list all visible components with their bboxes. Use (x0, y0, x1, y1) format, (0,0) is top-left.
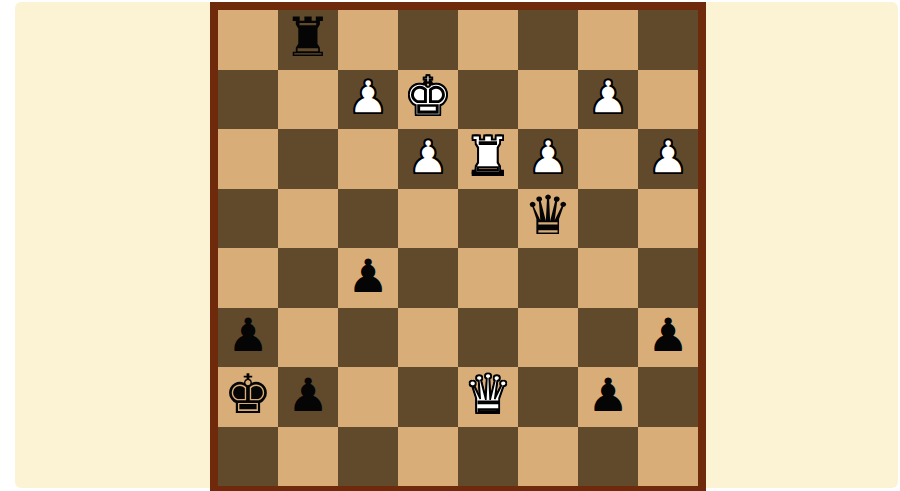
square-g5[interactable] (578, 189, 638, 249)
piece-black-pawn[interactable]: ♟ (227, 312, 268, 358)
square-g3[interactable] (578, 308, 638, 368)
piece-white-king[interactable]: ♚ (404, 70, 452, 124)
square-e8[interactable] (458, 10, 518, 70)
square-e4[interactable] (458, 248, 518, 308)
square-e1[interactable] (458, 427, 518, 487)
piece-black-pawn[interactable]: ♟ (347, 253, 388, 299)
square-f8[interactable] (518, 10, 578, 70)
square-c4[interactable]: ♟ (338, 248, 398, 308)
square-b3[interactable] (278, 308, 338, 368)
square-h7[interactable] (638, 70, 698, 130)
square-b6[interactable] (278, 129, 338, 189)
piece-black-queen[interactable]: ♛ (524, 189, 572, 243)
chess-board: ♜♟♚♟♟♜♟♟♛♟♟♟♚♟♛♟ (218, 10, 698, 486)
piece-black-pawn[interactable]: ♟ (587, 372, 628, 418)
square-g7[interactable]: ♟ (578, 70, 638, 130)
square-c3[interactable] (338, 308, 398, 368)
square-c6[interactable] (338, 129, 398, 189)
square-d8[interactable] (398, 10, 458, 70)
square-d4[interactable] (398, 248, 458, 308)
piece-white-rook[interactable]: ♜ (464, 130, 512, 184)
square-c8[interactable] (338, 10, 398, 70)
square-f1[interactable] (518, 427, 578, 487)
square-h1[interactable] (638, 427, 698, 487)
square-g2[interactable]: ♟ (578, 367, 638, 427)
square-d2[interactable] (398, 367, 458, 427)
piece-white-pawn[interactable]: ♟ (407, 134, 448, 180)
square-a5[interactable] (218, 189, 278, 249)
square-h5[interactable] (638, 189, 698, 249)
square-e5[interactable] (458, 189, 518, 249)
square-a7[interactable] (218, 70, 278, 130)
square-h6[interactable]: ♟ (638, 129, 698, 189)
square-g6[interactable] (578, 129, 638, 189)
square-a4[interactable] (218, 248, 278, 308)
square-e3[interactable] (458, 308, 518, 368)
square-a2[interactable]: ♚ (218, 367, 278, 427)
chess-board-frame: ♜♟♚♟♟♜♟♟♛♟♟♟♚♟♛♟ (210, 2, 706, 491)
square-c5[interactable] (338, 189, 398, 249)
piece-black-pawn[interactable]: ♟ (647, 312, 688, 358)
square-h4[interactable] (638, 248, 698, 308)
square-a8[interactable] (218, 10, 278, 70)
piece-black-king[interactable]: ♚ (224, 368, 272, 422)
square-a6[interactable] (218, 129, 278, 189)
square-e7[interactable] (458, 70, 518, 130)
square-f7[interactable] (518, 70, 578, 130)
square-f2[interactable] (518, 367, 578, 427)
square-h3[interactable]: ♟ (638, 308, 698, 368)
square-e2[interactable]: ♛ (458, 367, 518, 427)
square-h2[interactable] (638, 367, 698, 427)
square-d6[interactable]: ♟ (398, 129, 458, 189)
square-c2[interactable] (338, 367, 398, 427)
square-f5[interactable]: ♛ (518, 189, 578, 249)
square-b5[interactable] (278, 189, 338, 249)
piece-white-pawn[interactable]: ♟ (647, 134, 688, 180)
square-a1[interactable] (218, 427, 278, 487)
square-g1[interactable] (578, 427, 638, 487)
piece-white-pawn[interactable]: ♟ (527, 134, 568, 180)
square-b2[interactable]: ♟ (278, 367, 338, 427)
piece-black-pawn[interactable]: ♟ (287, 372, 328, 418)
square-c1[interactable] (338, 427, 398, 487)
square-d1[interactable] (398, 427, 458, 487)
square-g8[interactable] (578, 10, 638, 70)
square-e6[interactable]: ♜ (458, 129, 518, 189)
piece-white-pawn[interactable]: ♟ (347, 74, 388, 120)
piece-white-queen[interactable]: ♛ (464, 368, 512, 422)
square-d5[interactable] (398, 189, 458, 249)
square-b7[interactable] (278, 70, 338, 130)
square-f6[interactable]: ♟ (518, 129, 578, 189)
square-d7[interactable]: ♚ (398, 70, 458, 130)
square-d3[interactable] (398, 308, 458, 368)
piece-black-rook[interactable]: ♜ (284, 11, 332, 65)
square-f4[interactable] (518, 248, 578, 308)
square-f3[interactable] (518, 308, 578, 368)
square-g4[interactable] (578, 248, 638, 308)
square-b8[interactable]: ♜ (278, 10, 338, 70)
piece-white-pawn[interactable]: ♟ (587, 74, 628, 120)
square-b4[interactable] (278, 248, 338, 308)
square-b1[interactable] (278, 427, 338, 487)
square-c7[interactable]: ♟ (338, 70, 398, 130)
square-h8[interactable] (638, 10, 698, 70)
square-a3[interactable]: ♟ (218, 308, 278, 368)
